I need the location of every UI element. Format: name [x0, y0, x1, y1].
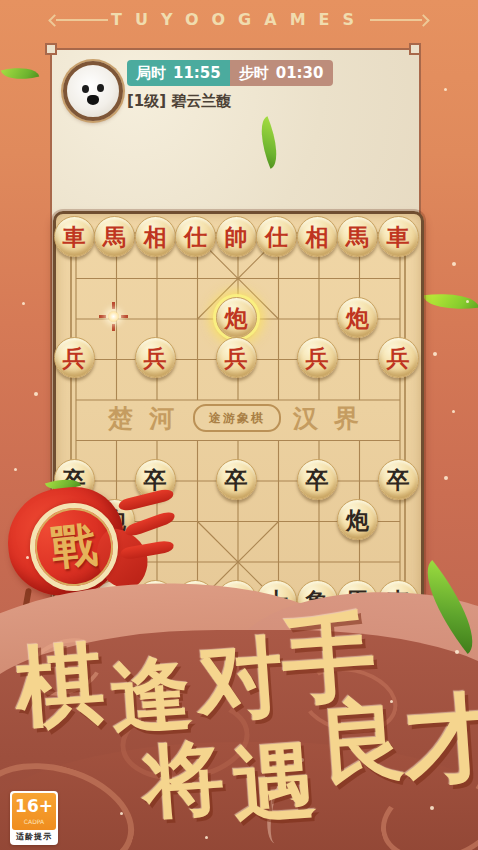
piece-車-red[interactable]: 車: [378, 216, 419, 257]
piece-相-red[interactable]: 相: [297, 216, 338, 257]
move-timer-label: 步时: [239, 64, 269, 83]
brand-divider-right: [370, 19, 422, 21]
move-timer-badge: 步时 01:30: [230, 60, 333, 86]
piece-炮-black[interactable]: 炮: [337, 499, 378, 540]
age-rating-org: CADPA: [12, 819, 56, 825]
game-timer-badge: 局时 11:55: [127, 60, 230, 86]
piece-兵-red[interactable]: 兵: [378, 337, 419, 378]
piece-兵-red[interactable]: 兵: [216, 337, 257, 378]
flag-stripe: [117, 487, 174, 512]
age-rating-note: 适龄提示: [12, 830, 56, 843]
piece-炮-red[interactable]: 炮: [337, 297, 378, 338]
game-screen: TUYOOGAMES 局时 11:55 步时 01:30 [1级] 碧云兰馥: [0, 0, 478, 850]
leaf-icon: [1, 62, 40, 85]
avatar[interactable]: [63, 61, 123, 121]
piece-仕-red[interactable]: 仕: [256, 216, 297, 257]
piece-仕-red[interactable]: 仕: [175, 216, 216, 257]
piece-卒-black[interactable]: 卒: [297, 459, 338, 500]
piece-兵-red[interactable]: 兵: [297, 337, 338, 378]
game-timer-label: 局时: [136, 64, 166, 83]
flag-war-character: 戰: [48, 514, 100, 580]
piece-兵-red[interactable]: 兵: [54, 337, 95, 378]
river-label-left: 楚河: [108, 402, 190, 435]
piece-卒-black[interactable]: 卒: [378, 459, 419, 500]
piece-炮-red[interactable]: 炮: [216, 297, 257, 338]
river-app-badge: 途游象棋: [193, 404, 281, 432]
frame-corner-ornament-left: [45, 43, 57, 55]
flag-stripe: [124, 509, 177, 538]
avatar-seal-nose: [87, 95, 99, 105]
piece-相-red[interactable]: 相: [135, 216, 176, 257]
brand-divider-left: [56, 19, 108, 21]
player-name: [1级] 碧云兰馥: [127, 92, 231, 111]
game-timer-value: 11:55: [173, 64, 221, 82]
river-label-right: 汉界: [293, 402, 375, 435]
timer-row: 局时 11:55 步时 01:30: [127, 60, 333, 86]
piece-帥-red[interactable]: 帥: [216, 216, 257, 257]
avatar-seal-eye-right: [97, 84, 104, 92]
piece-卒-black[interactable]: 卒: [216, 459, 257, 500]
age-rating-value: 16+: [12, 793, 56, 819]
piece-車-red[interactable]: 車: [54, 216, 95, 257]
last-move-origin-marker: [99, 302, 128, 331]
piece-兵-red[interactable]: 兵: [135, 337, 176, 378]
piece-馬-red[interactable]: 馬: [337, 216, 378, 257]
slogan-line-2: 将遇良才: [132, 664, 478, 811]
avatar-seal-eye-left: [82, 85, 89, 93]
age-rating-badge: 16+ CADPA 适龄提示: [10, 791, 58, 845]
frame-corner-ornament-right: [409, 43, 421, 55]
piece-馬-red[interactable]: 馬: [94, 216, 135, 257]
move-timer-value: 01:30: [276, 64, 324, 82]
age-rating-square: 16+ CADPA: [12, 793, 56, 830]
leaf-icon: [423, 289, 478, 314]
